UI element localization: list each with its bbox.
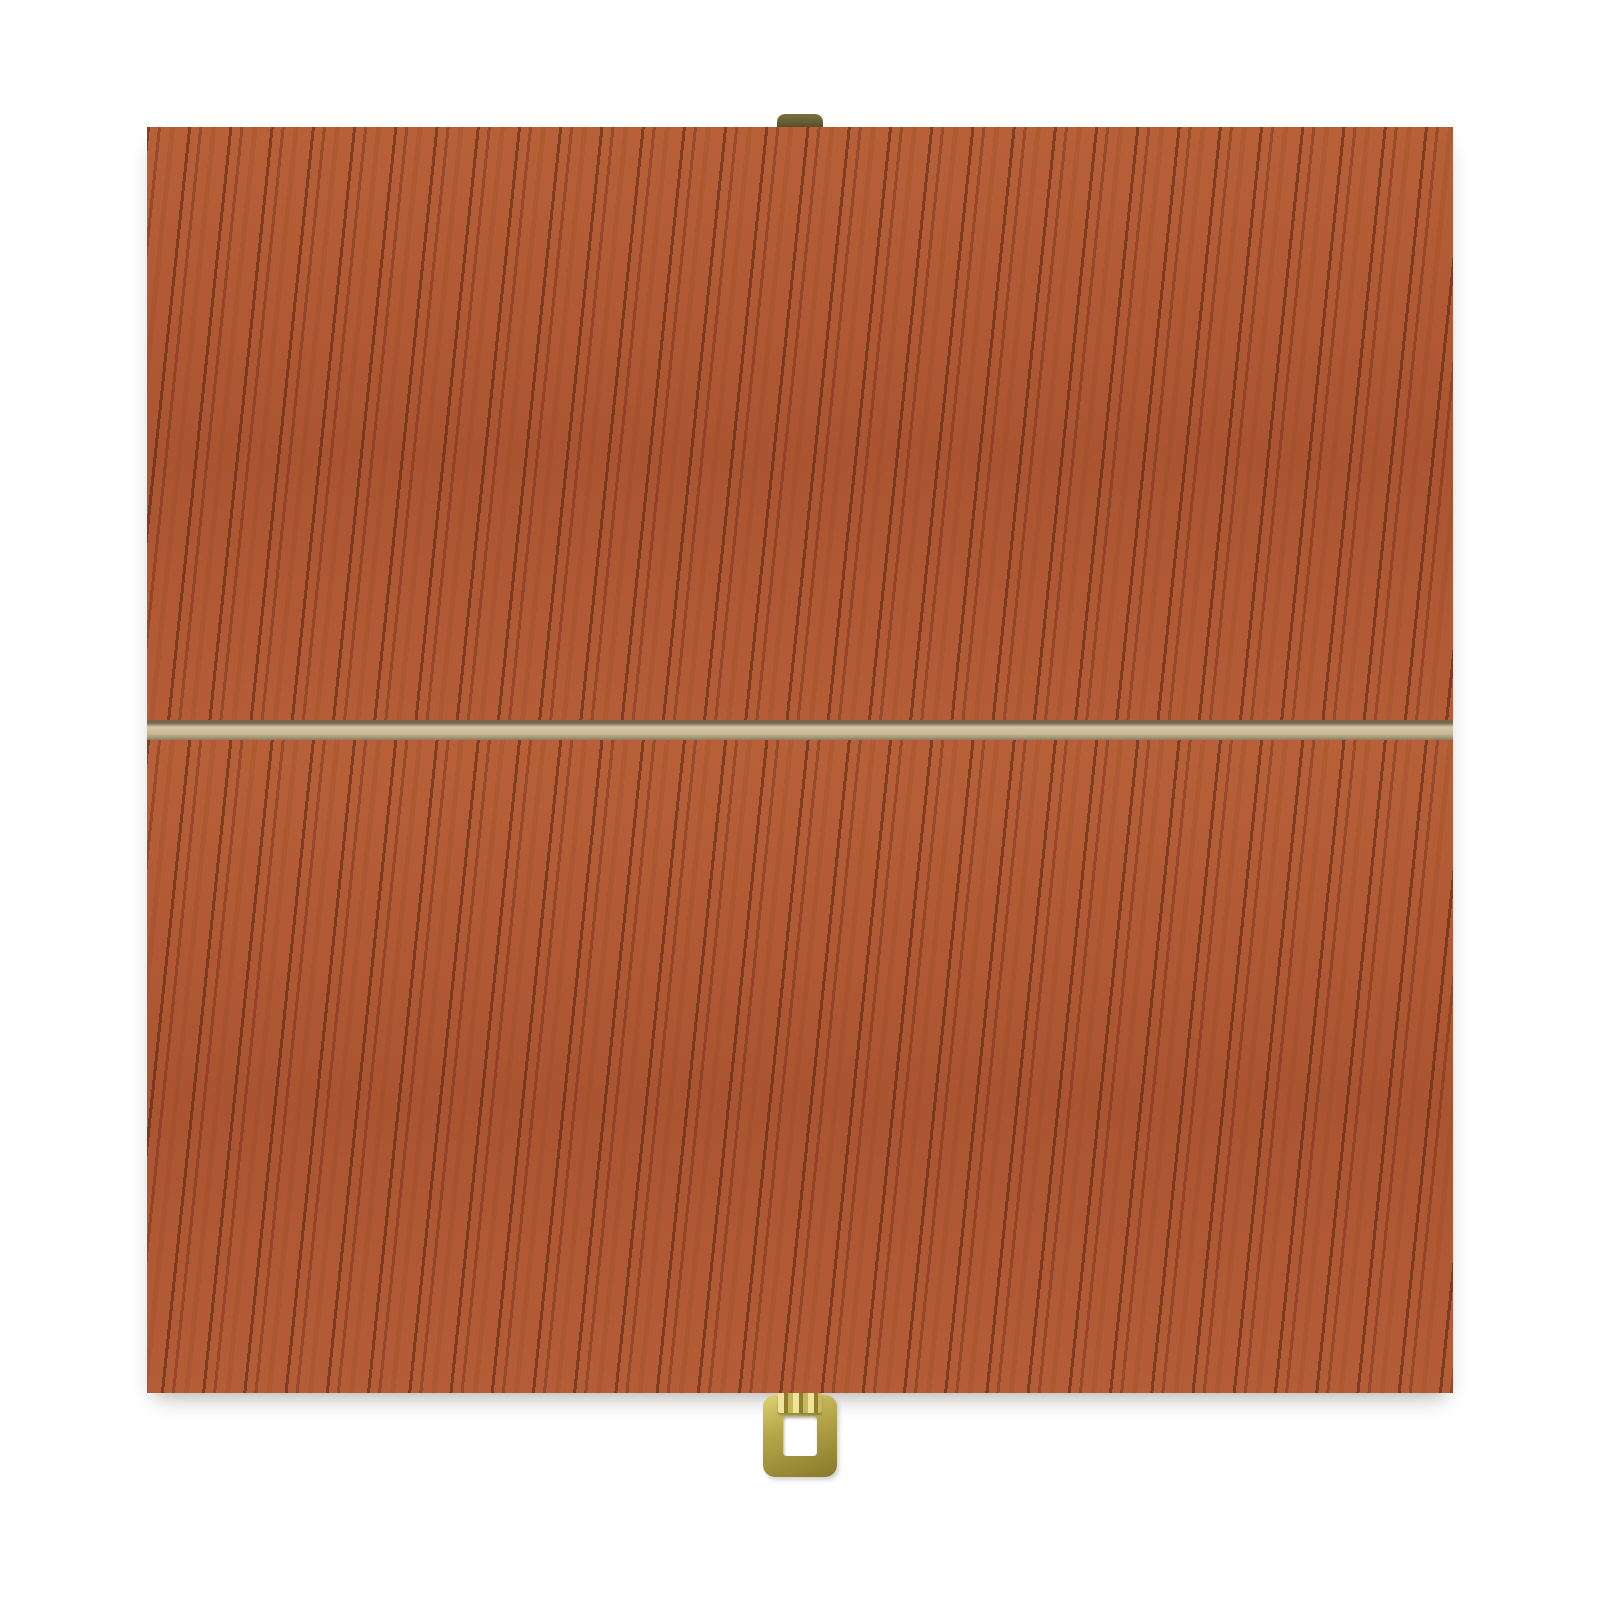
board-bottom-half xyxy=(147,740,1453,1393)
photo-canvas xyxy=(0,0,1601,1601)
brass-clasp-icon xyxy=(763,1395,837,1477)
board-top-half xyxy=(147,127,1453,720)
clasp-plate xyxy=(778,1393,822,1413)
clasp-opening xyxy=(783,1416,817,1456)
fold-seam xyxy=(147,720,1453,740)
folding-chess-box xyxy=(147,127,1453,1393)
